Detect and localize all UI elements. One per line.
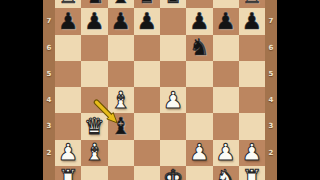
square-a1: ♜	[55, 166, 81, 180]
square-f2: ♟	[186, 140, 212, 166]
square-h7: ♟	[239, 8, 265, 34]
black-bishop-c8: ♝	[110, 0, 131, 7]
rank-label-left-5: 5	[43, 61, 55, 87]
rank-labels-right: 765432	[265, 0, 277, 180]
black-knight-b8: ♞	[84, 0, 105, 7]
square-c7: ♟	[108, 8, 134, 34]
square-d3	[134, 113, 160, 139]
square-d1	[134, 166, 160, 180]
black-pawn-a7: ♟	[58, 10, 79, 33]
rank-label-right-7: 7	[265, 8, 277, 34]
black-king-e8: ♚	[163, 0, 184, 7]
square-a7: ♟	[55, 8, 81, 34]
square-f7: ♟	[186, 8, 212, 34]
square-a6	[55, 35, 81, 61]
square-b3: ♛	[81, 113, 107, 139]
square-f5	[186, 61, 212, 87]
square-h3	[239, 113, 265, 139]
square-c5	[108, 61, 134, 87]
square-a2: ♟	[55, 140, 81, 166]
square-c2	[108, 140, 134, 166]
white-queen-b3: ♛	[84, 115, 105, 138]
white-pawn-h2: ♟	[242, 141, 263, 164]
white-bishop-b2: ♝	[84, 141, 105, 164]
square-d4	[134, 87, 160, 113]
square-c8: ♝	[108, 0, 134, 8]
square-h4	[239, 87, 265, 113]
black-pawn-b7: ♟	[84, 10, 105, 33]
black-pawn-g7: ♟	[215, 10, 236, 33]
white-king-e1: ♚	[163, 167, 184, 180]
square-b4	[81, 87, 107, 113]
square-d7: ♟	[134, 8, 160, 34]
rank-label-right-4: 4	[265, 87, 277, 113]
black-pawn-h7: ♟	[242, 10, 263, 33]
square-b6	[81, 35, 107, 61]
square-h1: ♜	[239, 166, 265, 180]
square-a4	[55, 87, 81, 113]
white-rook-h1: ♜	[242, 167, 263, 180]
square-d5	[134, 61, 160, 87]
square-b7: ♟	[81, 8, 107, 34]
rank-label-right-6: 6	[265, 35, 277, 61]
square-c6	[108, 35, 134, 61]
square-c3: ♝	[108, 113, 134, 139]
square-e7	[160, 8, 186, 34]
black-knight-f6: ♞	[189, 36, 210, 59]
square-c1	[108, 166, 134, 180]
chess-diagram: ♜♞♝♛♚♜♟♟♟♟♟♟♟♞♝♟♛♝♟♝♟♟♟♜♚♞♜ 765432 76543…	[0, 0, 320, 180]
square-g1: ♞	[213, 166, 239, 180]
square-h5	[239, 61, 265, 87]
white-knight-g1: ♞	[215, 167, 236, 180]
white-pawn-a2: ♟	[58, 141, 79, 164]
black-queen-d8: ♛	[137, 0, 158, 7]
square-g7: ♟	[213, 8, 239, 34]
rank-label-left-6: 6	[43, 35, 55, 61]
white-pawn-f2: ♟	[189, 141, 210, 164]
square-e5	[160, 61, 186, 87]
square-g8	[213, 0, 239, 8]
square-f8	[186, 0, 212, 8]
square-b2: ♝	[81, 140, 107, 166]
square-g6	[213, 35, 239, 61]
square-e2	[160, 140, 186, 166]
rank-labels-left: 765432	[43, 0, 55, 180]
white-bishop-c4: ♝	[110, 89, 131, 112]
square-h2: ♟	[239, 140, 265, 166]
square-f4	[186, 87, 212, 113]
square-c4: ♝	[108, 87, 134, 113]
square-f6: ♞	[186, 35, 212, 61]
square-a3	[55, 113, 81, 139]
square-f1	[186, 166, 212, 180]
square-g2: ♟	[213, 140, 239, 166]
rank-label-right-2: 2	[265, 140, 277, 166]
black-pawn-f7: ♟	[189, 10, 210, 33]
square-e6	[160, 35, 186, 61]
rank-label-left-7: 7	[43, 8, 55, 34]
square-b1	[81, 166, 107, 180]
black-pawn-c7: ♟	[110, 10, 131, 33]
square-h8: ♜	[239, 0, 265, 8]
square-e3	[160, 113, 186, 139]
rank-label-left-3: 3	[43, 113, 55, 139]
square-b8: ♞	[81, 0, 107, 8]
square-g3	[213, 113, 239, 139]
square-h6	[239, 35, 265, 61]
square-g4	[213, 87, 239, 113]
black-rook-a8: ♜	[58, 0, 79, 7]
white-pawn-e4: ♟	[163, 89, 184, 112]
rank-label-right-5: 5	[265, 61, 277, 87]
rank-label-left-2: 2	[43, 140, 55, 166]
square-e8: ♚	[160, 0, 186, 8]
square-d8: ♛	[134, 0, 160, 8]
rank-label-left-4: 4	[43, 87, 55, 113]
square-a5	[55, 61, 81, 87]
square-g5	[213, 61, 239, 87]
square-e4: ♟	[160, 87, 186, 113]
rank-label-right-3: 3	[265, 113, 277, 139]
square-f3	[186, 113, 212, 139]
square-d2	[134, 140, 160, 166]
black-rook-h8: ♜	[242, 0, 263, 7]
square-e1: ♚	[160, 166, 186, 180]
square-b5	[81, 61, 107, 87]
white-pawn-g2: ♟	[215, 141, 236, 164]
white-rook-a1: ♜	[58, 167, 79, 180]
board-squares: ♜♞♝♛♚♜♟♟♟♟♟♟♟♞♝♟♛♝♟♝♟♟♟♜♚♞♜	[55, 0, 265, 180]
black-pawn-d7: ♟	[137, 10, 158, 33]
black-bishop-c3: ♝	[110, 115, 131, 138]
square-d6	[134, 35, 160, 61]
square-a8: ♜	[55, 0, 81, 8]
